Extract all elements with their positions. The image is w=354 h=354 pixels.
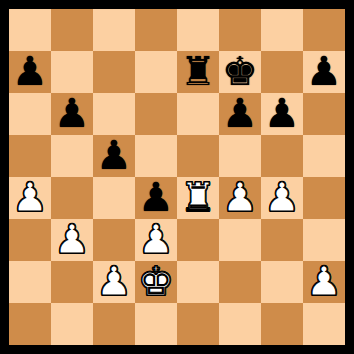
square-g2[interactable]: [261, 261, 303, 303]
square-e1[interactable]: [177, 303, 219, 345]
square-a3[interactable]: [9, 219, 51, 261]
square-a8[interactable]: [9, 9, 51, 51]
square-b4[interactable]: [51, 177, 93, 219]
square-f6[interactable]: ♟: [219, 93, 261, 135]
square-e5[interactable]: [177, 135, 219, 177]
square-a5[interactable]: [9, 135, 51, 177]
black-pawn[interactable]: ♟: [306, 51, 342, 91]
white-rook[interactable]: ♜: [180, 177, 216, 217]
black-rook[interactable]: ♜: [180, 51, 216, 91]
square-b7[interactable]: [51, 51, 93, 93]
square-a7[interactable]: ♟: [9, 51, 51, 93]
square-h4[interactable]: [303, 177, 345, 219]
square-c1[interactable]: [93, 303, 135, 345]
square-d5[interactable]: [135, 135, 177, 177]
square-e4[interactable]: ♜: [177, 177, 219, 219]
square-e6[interactable]: [177, 93, 219, 135]
square-g8[interactable]: [261, 9, 303, 51]
white-king[interactable]: ♚: [138, 261, 174, 301]
square-d7[interactable]: [135, 51, 177, 93]
square-a6[interactable]: [9, 93, 51, 135]
black-pawn[interactable]: ♟: [12, 51, 48, 91]
square-f2[interactable]: [219, 261, 261, 303]
square-e2[interactable]: [177, 261, 219, 303]
square-g1[interactable]: [261, 303, 303, 345]
white-pawn[interactable]: ♟: [222, 177, 258, 217]
black-pawn[interactable]: ♟: [138, 177, 174, 217]
black-pawn[interactable]: ♟: [264, 93, 300, 133]
square-b3[interactable]: ♟: [51, 219, 93, 261]
square-c5[interactable]: ♟: [93, 135, 135, 177]
white-pawn[interactable]: ♟: [12, 177, 48, 217]
square-g7[interactable]: [261, 51, 303, 93]
square-h8[interactable]: [303, 9, 345, 51]
white-pawn[interactable]: ♟: [96, 261, 132, 301]
square-a2[interactable]: [9, 261, 51, 303]
square-d4[interactable]: ♟: [135, 177, 177, 219]
square-f3[interactable]: [219, 219, 261, 261]
square-f5[interactable]: [219, 135, 261, 177]
square-h7[interactable]: ♟: [303, 51, 345, 93]
black-pawn[interactable]: ♟: [54, 93, 90, 133]
square-g3[interactable]: [261, 219, 303, 261]
square-h5[interactable]: [303, 135, 345, 177]
chess-board: ♟♜♚♟♟♟♟♟♟♟♜♟♟♟♟♟♚♟: [0, 0, 354, 354]
square-c7[interactable]: [93, 51, 135, 93]
square-h2[interactable]: ♟: [303, 261, 345, 303]
white-pawn[interactable]: ♟: [54, 219, 90, 259]
square-e8[interactable]: [177, 9, 219, 51]
square-f8[interactable]: [219, 9, 261, 51]
square-f4[interactable]: ♟: [219, 177, 261, 219]
square-g6[interactable]: ♟: [261, 93, 303, 135]
square-b8[interactable]: [51, 9, 93, 51]
square-d3[interactable]: ♟: [135, 219, 177, 261]
square-c4[interactable]: [93, 177, 135, 219]
white-pawn[interactable]: ♟: [264, 177, 300, 217]
square-b1[interactable]: [51, 303, 93, 345]
square-h1[interactable]: [303, 303, 345, 345]
square-c8[interactable]: [93, 9, 135, 51]
black-pawn[interactable]: ♟: [222, 93, 258, 133]
square-c3[interactable]: [93, 219, 135, 261]
square-a4[interactable]: ♟: [9, 177, 51, 219]
square-a1[interactable]: [9, 303, 51, 345]
white-pawn[interactable]: ♟: [138, 219, 174, 259]
white-pawn[interactable]: ♟: [306, 261, 342, 301]
black-pawn[interactable]: ♟: [96, 135, 132, 175]
square-h3[interactable]: [303, 219, 345, 261]
square-d2[interactable]: ♚: [135, 261, 177, 303]
square-d6[interactable]: [135, 93, 177, 135]
square-e7[interactable]: ♜: [177, 51, 219, 93]
square-f7[interactable]: ♚: [219, 51, 261, 93]
black-king[interactable]: ♚: [222, 51, 258, 91]
square-c6[interactable]: [93, 93, 135, 135]
square-g4[interactable]: ♟: [261, 177, 303, 219]
square-f1[interactable]: [219, 303, 261, 345]
square-g5[interactable]: [261, 135, 303, 177]
square-c2[interactable]: ♟: [93, 261, 135, 303]
square-b6[interactable]: ♟: [51, 93, 93, 135]
square-d8[interactable]: [135, 9, 177, 51]
square-d1[interactable]: [135, 303, 177, 345]
square-b2[interactable]: [51, 261, 93, 303]
square-h6[interactable]: [303, 93, 345, 135]
square-e3[interactable]: [177, 219, 219, 261]
square-b5[interactable]: [51, 135, 93, 177]
